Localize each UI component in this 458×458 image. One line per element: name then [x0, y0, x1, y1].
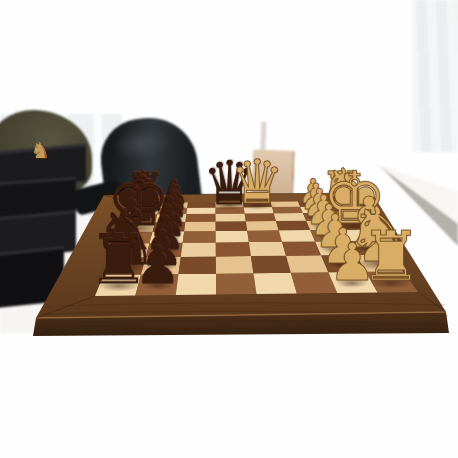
- piece-white-rook-a1[interactable]: ♜: [361, 223, 422, 291]
- piece-black-pawn-a7[interactable]: ♟: [134, 240, 180, 292]
- pieces-layer: ♜♟♛♛♟♜♞♟♟♞♝♟♟♝♚♟♟♚♟♟♝♟♟♝♞♟♟♞♜♟♟♜: [0, 0, 458, 458]
- office-photo-scene: ♞ ♜♟♛♛♟♜♞♟♟♞♝♟♟♝♚♟♟♚♟♟♝♟♟♝♞♟♟♞♜♟♟♜: [0, 0, 458, 458]
- piece-white-queen-h4[interactable]: ♛: [230, 152, 284, 213]
